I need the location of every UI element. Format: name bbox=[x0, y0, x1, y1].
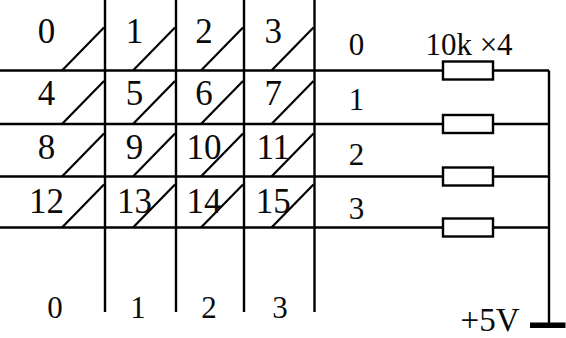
resistor-symbol-0 bbox=[443, 62, 493, 80]
row-label-1: 1 bbox=[335, 84, 379, 115]
key-number-6: 6 bbox=[176, 76, 232, 111]
column-label-3: 3 bbox=[255, 292, 305, 323]
column-label-1: 1 bbox=[113, 292, 163, 323]
key-number-5: 5 bbox=[105, 76, 164, 111]
key-number-9: 9 bbox=[105, 130, 164, 165]
key-number-10: 10 bbox=[176, 130, 232, 165]
power-terminal-bar bbox=[530, 323, 566, 329]
key-number-13: 13 bbox=[105, 184, 164, 219]
resistor-symbol-2 bbox=[443, 168, 493, 186]
row-label-0: 0 bbox=[335, 29, 379, 60]
key-number-7: 7 bbox=[244, 76, 303, 111]
key-number-12: 12 bbox=[0, 184, 93, 219]
key-number-15: 15 bbox=[244, 184, 303, 219]
key-number-0: 0 bbox=[0, 14, 93, 49]
key-number-2: 2 bbox=[176, 14, 232, 49]
resistor-value-label: 10k ×4 bbox=[408, 29, 530, 60]
row-label-3: 3 bbox=[335, 193, 379, 224]
key-number-1: 1 bbox=[105, 14, 164, 49]
resistor-symbol-3 bbox=[443, 219, 493, 237]
key-number-11: 11 bbox=[244, 130, 303, 165]
resistor-symbol-1 bbox=[443, 115, 493, 133]
keypad-matrix-circuit-diagram: 012345678910111213141501230123 10k ×4 +5… bbox=[0, 0, 566, 338]
key-number-8: 8 bbox=[0, 130, 93, 165]
key-number-3: 3 bbox=[244, 14, 303, 49]
power-supply-label: +5V bbox=[448, 304, 532, 337]
key-number-14: 14 bbox=[176, 184, 232, 219]
column-label-0: 0 bbox=[30, 292, 80, 323]
column-label-2: 2 bbox=[184, 292, 234, 323]
row-label-2: 2 bbox=[335, 139, 379, 170]
key-number-4: 4 bbox=[0, 76, 93, 111]
